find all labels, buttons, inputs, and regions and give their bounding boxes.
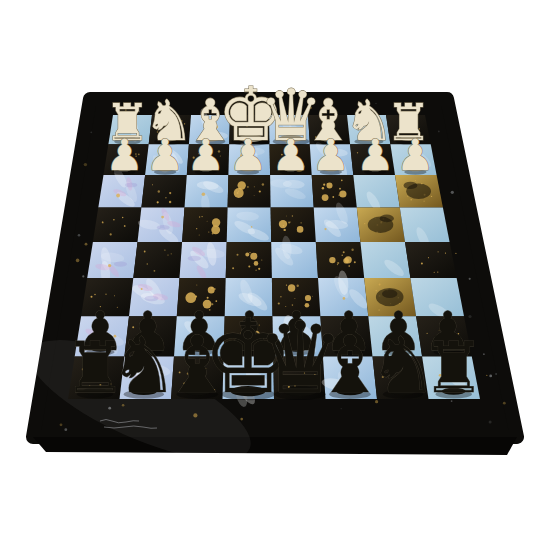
scene-svg: ♜♞♝♚♛♝♞♜♟♟♟♟♟♟♟♟♟♟♟♟♟♟♟♟♜♞♝♚♛♝♞♜	[0, 0, 533, 533]
square-a5[interactable]	[405, 242, 457, 278]
square-g5[interactable]	[133, 242, 182, 278]
piece-black-rook-a8[interactable]: ♜	[422, 327, 485, 409]
svg-text:♟: ♟	[187, 130, 226, 180]
piece-white-pawn-c2[interactable]: ♟	[312, 130, 351, 180]
square-d4[interactable]	[271, 208, 316, 242]
square-e5[interactable]	[226, 242, 272, 278]
piece-white-pawn-e2[interactable]: ♟	[229, 130, 268, 180]
piece-white-pawn-f2[interactable]: ♟	[187, 130, 226, 180]
piece-white-pawn-b2[interactable]: ♟	[356, 130, 395, 180]
svg-text:♟: ♟	[229, 130, 268, 180]
piece-white-pawn-a2[interactable]: ♟	[396, 130, 435, 180]
square-f4[interactable]	[182, 208, 228, 242]
svg-text:♟: ♟	[105, 130, 144, 180]
svg-text:♟: ♟	[356, 130, 395, 180]
svg-text:♜: ♜	[422, 327, 485, 409]
svg-text:♟: ♟	[312, 130, 351, 180]
board-front-edge	[33, 437, 517, 455]
svg-text:♟: ♟	[396, 130, 435, 180]
chessboard-photo: ♜♞♝♚♛♝♞♜♟♟♟♟♟♟♟♟♟♟♟♟♟♟♟♟♜♞♝♚♛♝♞♜	[0, 0, 533, 533]
svg-text:♟: ♟	[146, 130, 185, 180]
piece-white-pawn-h2[interactable]: ♟	[105, 130, 144, 180]
piece-white-pawn-g2[interactable]: ♟	[146, 130, 185, 180]
svg-text:♟: ♟	[271, 130, 310, 180]
piece-white-pawn-d2[interactable]: ♟	[271, 130, 310, 180]
square-h4[interactable]	[93, 208, 141, 242]
